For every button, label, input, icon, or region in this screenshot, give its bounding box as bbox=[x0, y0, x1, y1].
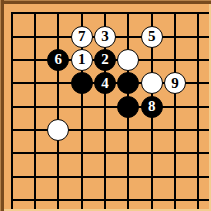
stone-white-3: 3 bbox=[94, 26, 116, 48]
stone-black-4: 4 bbox=[94, 72, 116, 94]
intersection-c3-r6 bbox=[47, 118, 70, 141]
stone-black-2: 2 bbox=[94, 49, 116, 71]
intersection-c5-r6 bbox=[93, 118, 116, 141]
stone-number: 5 bbox=[148, 29, 156, 44]
intersection-c9-r8 bbox=[187, 165, 210, 188]
stone-black bbox=[117, 96, 139, 118]
intersection-c5-r9 bbox=[93, 188, 116, 211]
intersection-c2-r7 bbox=[23, 142, 46, 165]
intersection-c6-r5 bbox=[117, 95, 140, 118]
intersection-c5-r8 bbox=[93, 165, 116, 188]
intersection-c7-r4 bbox=[140, 72, 163, 95]
intersection-c2-r9 bbox=[23, 188, 46, 211]
intersection-c4-r3: 1 bbox=[70, 48, 93, 71]
intersection-c4-r1 bbox=[70, 2, 93, 25]
board-cut-edge-right bbox=[209, 0, 211, 211]
intersection-c8-r1 bbox=[163, 2, 186, 25]
stone-number: 9 bbox=[171, 76, 179, 91]
intersection-c8-r4: 9 bbox=[163, 72, 186, 95]
intersection-c6-r8 bbox=[117, 165, 140, 188]
intersection-c4-r5 bbox=[70, 95, 93, 118]
intersection-c3-r7 bbox=[47, 142, 70, 165]
intersection-c3-r4 bbox=[47, 72, 70, 95]
intersection-c2-r8 bbox=[23, 165, 46, 188]
intersection-c8-r9 bbox=[163, 188, 186, 211]
intersection-c9-r3 bbox=[187, 48, 210, 71]
intersection-c9-r5 bbox=[187, 95, 210, 118]
intersection-c9-r6 bbox=[187, 118, 210, 141]
stone-white bbox=[141, 72, 163, 94]
intersection-c4-r7 bbox=[70, 142, 93, 165]
intersection-c6-r9 bbox=[117, 188, 140, 211]
intersection-c8-r2 bbox=[163, 25, 186, 48]
intersection-c4-r2: 7 bbox=[70, 25, 93, 48]
stone-number: 1 bbox=[78, 52, 86, 67]
intersection-c6-r1 bbox=[117, 2, 140, 25]
intersection-c7-r3 bbox=[140, 48, 163, 71]
intersection-c4-r4 bbox=[70, 72, 93, 95]
intersection-c8-r8 bbox=[163, 165, 186, 188]
intersection-c7-r8 bbox=[140, 165, 163, 188]
board-grid: 735612498 bbox=[0, 2, 210, 211]
intersection-c5-r1 bbox=[93, 2, 116, 25]
board-frame-top bbox=[0, 0, 211, 4]
intersection-c4-r8 bbox=[70, 165, 93, 188]
intersection-c5-r3: 2 bbox=[93, 48, 116, 71]
intersection-c3-r5 bbox=[47, 95, 70, 118]
stone-white bbox=[117, 49, 139, 71]
intersection-c8-r5 bbox=[163, 95, 186, 118]
intersection-c5-r2: 3 bbox=[93, 25, 116, 48]
intersection-c3-r8 bbox=[47, 165, 70, 188]
stone-white-7: 7 bbox=[71, 26, 93, 48]
intersection-c8-r6 bbox=[163, 118, 186, 141]
intersection-c9-r7 bbox=[187, 142, 210, 165]
intersection-c6-r7 bbox=[117, 142, 140, 165]
board-frame-left bbox=[0, 0, 4, 211]
intersection-c2-r3 bbox=[23, 48, 46, 71]
intersection-c2-r4 bbox=[23, 72, 46, 95]
intersection-c8-r7 bbox=[163, 142, 186, 165]
intersection-c5-r7 bbox=[93, 142, 116, 165]
intersection-c2-r2 bbox=[23, 25, 46, 48]
intersection-c3-r1 bbox=[47, 2, 70, 25]
intersection-c2-r6 bbox=[23, 118, 46, 141]
intersection-c4-r9 bbox=[70, 188, 93, 211]
stone-white-1: 1 bbox=[71, 49, 93, 71]
stone-number: 8 bbox=[148, 99, 156, 114]
intersection-c7-r9 bbox=[140, 188, 163, 211]
stone-number: 7 bbox=[78, 29, 86, 44]
intersection-c9-r1 bbox=[187, 2, 210, 25]
stone-black-6: 6 bbox=[47, 49, 69, 71]
stone-black-8: 8 bbox=[141, 96, 163, 118]
stone-white-9: 9 bbox=[164, 72, 186, 94]
intersection-c2-r5 bbox=[23, 95, 46, 118]
stone-black bbox=[117, 72, 139, 94]
intersection-c5-r4: 4 bbox=[93, 72, 116, 95]
intersection-c6-r6 bbox=[117, 118, 140, 141]
go-board: 735612498 bbox=[0, 0, 211, 211]
stone-number: 3 bbox=[101, 29, 109, 44]
intersection-c3-r2 bbox=[47, 25, 70, 48]
stone-white bbox=[47, 119, 69, 141]
intersection-c7-r5: 8 bbox=[140, 95, 163, 118]
intersection-c7-r6 bbox=[140, 118, 163, 141]
intersection-c7-r2: 5 bbox=[140, 25, 163, 48]
stone-white-5: 5 bbox=[141, 26, 163, 48]
intersection-c3-r3: 6 bbox=[47, 48, 70, 71]
intersection-c6-r3 bbox=[117, 48, 140, 71]
intersection-c9-r9 bbox=[187, 188, 210, 211]
intersection-c3-r9 bbox=[47, 188, 70, 211]
stone-number: 4 bbox=[101, 76, 109, 91]
intersection-c5-r5 bbox=[93, 95, 116, 118]
intersection-c4-r6 bbox=[70, 118, 93, 141]
intersection-c7-r1 bbox=[140, 2, 163, 25]
board-cut-edge-bottom bbox=[0, 209, 211, 211]
intersection-c6-r4 bbox=[117, 72, 140, 95]
intersection-c9-r4 bbox=[187, 72, 210, 95]
stone-black bbox=[71, 72, 93, 94]
intersection-c6-r2 bbox=[117, 25, 140, 48]
intersection-c9-r2 bbox=[187, 25, 210, 48]
intersection-c8-r3 bbox=[163, 48, 186, 71]
stone-number: 2 bbox=[101, 52, 109, 67]
go-diagram: 735612498 bbox=[0, 0, 211, 211]
intersection-c7-r7 bbox=[140, 142, 163, 165]
stone-number: 6 bbox=[55, 52, 63, 67]
intersection-c2-r1 bbox=[23, 2, 46, 25]
